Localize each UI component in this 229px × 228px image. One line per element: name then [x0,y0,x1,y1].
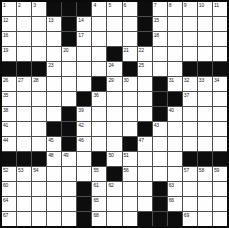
crossword-cell[interactable] [153,137,167,151]
crossword-cell[interactable] [32,47,46,61]
clue-number: 20 [63,47,68,53]
crossword-cell[interactable] [47,77,61,91]
crossword-cell[interactable] [62,212,76,226]
clue-number: 3 [33,2,36,8]
clue-number: 49 [63,152,68,158]
black-square [62,2,76,16]
clue-number: 58 [199,167,204,173]
crossword-cell[interactable] [198,17,212,31]
crossword-cell[interactable]: 6 [123,2,137,16]
crossword-cell[interactable]: 61 [92,182,106,196]
crossword-cell[interactable] [77,62,91,76]
crossword-cell[interactable]: 10 [198,2,212,16]
crossword-cell[interactable]: 31 [168,77,182,91]
crossword-cell[interactable]: 66 [168,197,182,211]
crossword-cell[interactable]: 1 [2,2,16,16]
black-square [2,62,16,76]
clue-number: 15 [154,17,159,23]
crossword-cell[interactable]: 27 [17,77,31,91]
clue-number: 12 [3,17,8,23]
crossword-cell[interactable]: 56 [123,167,137,181]
crossword-cell[interactable] [32,17,46,31]
clue-number: 5 [108,2,111,8]
crossword-cell[interactable]: 57 [183,167,197,181]
crossword-cell[interactable] [183,197,197,211]
crossword-cell[interactable] [198,32,212,46]
crossword-cell[interactable]: 21 [123,47,137,61]
crossword-cell[interactable] [17,137,31,151]
crossword-cell[interactable]: 37 [183,92,197,106]
clue-number: 2 [18,2,21,8]
crossword-cell[interactable] [17,197,31,211]
crossword-cell[interactable] [107,137,121,151]
black-square [62,122,76,136]
crossword-cell[interactable] [168,122,182,136]
crossword-cell[interactable]: 28 [32,77,46,91]
crossword-cell[interactable] [92,47,106,61]
crossword-cell[interactable] [183,47,197,61]
crossword-cell[interactable]: 18 [153,32,167,46]
crossword-cell[interactable]: 35 [2,92,16,106]
clue-number: 60 [3,182,8,188]
crossword-cell[interactable] [47,212,61,226]
black-square [123,137,137,151]
clue-number: 39 [78,107,83,113]
crossword-cell[interactable]: 8 [168,2,182,16]
crossword-cell[interactable] [92,107,106,121]
clue-number: 28 [33,77,38,83]
clue-number: 44 [3,137,8,143]
black-square [47,122,61,136]
clue-number: 18 [154,32,159,38]
crossword-cell[interactable] [62,77,76,91]
crossword-cell[interactable] [198,47,212,61]
crossword-cell[interactable]: 63 [168,182,182,196]
black-square [17,62,31,76]
crossword-cell[interactable] [17,182,31,196]
crossword-cell[interactable] [123,182,137,196]
clue-number: 37 [184,92,189,98]
crossword-cell[interactable] [107,197,121,211]
clue-number: 48 [48,152,53,158]
crossword-cell[interactable] [107,212,121,226]
clue-number: 25 [139,62,144,68]
clue-number: 31 [169,77,174,83]
crossword-cell[interactable] [183,182,197,196]
crossword-cell[interactable] [138,77,152,91]
clue-number: 10 [199,2,204,8]
black-square [198,152,212,166]
crossword-cell[interactable] [168,167,182,181]
crossword-cell[interactable] [168,137,182,151]
crossword-cell[interactable] [107,122,121,136]
clue-number: 59 [214,167,219,173]
clue-number: 47 [139,137,144,143]
crossword-cell[interactable] [47,107,61,121]
crossword-cell[interactable] [17,212,31,226]
black-square [77,182,91,196]
crossword-cell[interactable] [62,182,76,196]
black-square [138,212,152,226]
clue-number: 26 [3,77,8,83]
crossword-cell[interactable]: 16 [2,32,16,46]
clue-number: 9 [184,2,187,8]
black-square [153,197,167,211]
clue-number: 4 [93,2,96,8]
black-square [2,152,16,166]
black-square [62,107,76,121]
crossword-cell[interactable] [47,32,61,46]
crossword-cell[interactable] [107,17,121,31]
black-square [92,77,106,91]
crossword-cell[interactable]: 33 [198,77,212,91]
clue-number: 35 [3,92,8,98]
crossword-cell[interactable] [62,197,76,211]
crossword-cell[interactable]: 14 [77,17,91,31]
crossword-cell[interactable]: 22 [138,47,152,61]
clue-number: 24 [108,62,113,68]
clue-number: 13 [48,17,53,23]
crossword-cell[interactable]: 46 [77,137,91,151]
crossword-cell[interactable]: 23 [47,62,61,76]
crossword-cell[interactable] [123,122,137,136]
black-square [77,92,91,106]
crossword-cell[interactable]: 65 [92,197,106,211]
clue-number: 14 [78,17,83,23]
crossword-cell[interactable] [138,152,152,166]
black-square [198,62,212,76]
crossword-cell[interactable]: 2 [17,2,31,16]
clue-number: 62 [108,182,113,188]
black-square [107,47,121,61]
clue-number: 16 [3,32,8,38]
black-square [183,152,197,166]
clue-number: 11 [214,2,219,8]
black-square [17,152,31,166]
crossword-cell[interactable] [213,92,227,106]
crossword-cell[interactable]: 67 [2,212,16,226]
crossword-cell[interactable] [123,17,137,31]
clue-number: 69 [184,212,189,218]
crossword-cell[interactable] [77,47,91,61]
crossword-cell[interactable]: 3 [32,2,46,16]
crossword-cell[interactable] [213,107,227,121]
clue-number: 52 [3,167,8,173]
crossword-cell[interactable] [77,167,91,181]
crossword-cell[interactable] [32,182,46,196]
clue-number: 46 [78,137,83,143]
crossword-cell[interactable] [213,17,227,31]
crossword-cell[interactable]: 55 [92,167,106,181]
clue-number: 65 [93,197,98,203]
crossword-cell[interactable]: 13 [47,17,61,31]
clue-number: 8 [169,2,172,8]
crossword-cell[interactable] [213,212,227,226]
black-square [138,32,152,46]
crossword-cell[interactable] [213,197,227,211]
crossword-cell[interactable] [77,77,91,91]
crossword-cell[interactable]: 58 [198,167,212,181]
crossword-cell[interactable]: 64 [2,197,16,211]
crossword-cell[interactable] [32,122,46,136]
crossword-cell[interactable] [17,107,31,121]
crossword-cell[interactable] [198,197,212,211]
black-square [153,92,167,106]
crossword-cell[interactable]: 60 [2,182,16,196]
crossword-cell[interactable] [123,212,137,226]
crossword-cell[interactable] [213,137,227,151]
crossword-cell[interactable] [198,137,212,151]
crossword-cell[interactable]: 36 [92,92,106,106]
black-square [107,167,121,181]
black-square [62,32,76,46]
crossword-cell[interactable]: 34 [213,77,227,91]
black-square [168,212,182,226]
clue-number: 33 [199,77,204,83]
black-square [62,17,76,31]
crossword-cell[interactable] [47,182,61,196]
clue-number: 34 [214,77,219,83]
crossword-cell[interactable] [198,122,212,136]
crossword-cell[interactable]: 25 [138,62,152,76]
black-square [138,17,152,31]
crossword-cell[interactable] [92,17,106,31]
crossword-cell[interactable]: 42 [77,122,91,136]
clue-number: 7 [154,2,157,8]
clue-number: 53 [18,167,23,173]
crossword-cell[interactable] [47,167,61,181]
crossword-cell[interactable]: 50 [107,152,121,166]
crossword-cell[interactable] [32,107,46,121]
crossword-cell[interactable]: 40 [168,107,182,121]
crossword-cell[interactable] [138,197,152,211]
crossword-cell[interactable] [32,92,46,106]
crossword-cell[interactable]: 44 [2,137,16,151]
black-square [183,62,197,76]
crossword-cell[interactable] [17,47,31,61]
crossword-cell[interactable] [32,212,46,226]
crossword-cell[interactable]: 43 [153,122,167,136]
crossword-cell[interactable]: 11 [213,2,227,16]
crossword-cell[interactable]: 41 [2,122,16,136]
crossword-cell[interactable] [153,47,167,61]
crossword-cell[interactable] [183,107,197,121]
black-square [138,2,152,16]
clue-number: 17 [78,32,83,38]
crossword-cell[interactable] [153,167,167,181]
crossword-cell[interactable] [153,62,167,76]
crossword-cell[interactable]: 24 [107,62,121,76]
crossword-cell[interactable] [17,32,31,46]
crossword-cell[interactable] [168,62,182,76]
crossword-cell[interactable]: 19 [2,47,16,61]
crossword-cell[interactable] [123,92,137,106]
clue-number: 56 [124,167,129,173]
clue-number: 36 [93,92,98,98]
crossword-cell[interactable]: 47 [138,137,152,151]
crossword-cell[interactable]: 26 [2,77,16,91]
black-square [77,212,91,226]
crossword-cell[interactable] [168,17,182,31]
crossword-cell[interactable] [17,122,31,136]
crossword-cell[interactable] [213,122,227,136]
crossword-cell[interactable] [138,182,152,196]
crossword-cell[interactable]: 4 [92,2,106,16]
black-square [62,137,76,151]
clue-number: 21 [124,47,129,53]
crossword-cell[interactable]: 51 [123,152,137,166]
crossword-cell[interactable]: 38 [2,107,16,121]
clue-number: 68 [93,212,98,218]
black-square [153,77,167,91]
clue-number: 41 [3,122,8,128]
crossword-cell[interactable] [183,32,197,46]
crossword-cell[interactable] [138,167,152,181]
clue-number: 22 [139,47,144,53]
crossword-cell[interactable]: 49 [62,152,76,166]
crossword-cell[interactable]: 52 [2,167,16,181]
black-square [92,152,106,166]
crossword-cell[interactable] [107,92,121,106]
clue-number: 50 [108,152,113,158]
clue-number: 27 [18,77,23,83]
crossword-cell[interactable] [32,137,46,151]
clue-number: 64 [3,197,8,203]
black-square [47,2,61,16]
crossword-cell[interactable] [107,32,121,46]
crossword-cell[interactable] [198,107,212,121]
crossword-cell[interactable] [47,197,61,211]
clue-number: 55 [93,167,98,173]
crossword-cell[interactable] [213,182,227,196]
clue-number: 45 [48,137,53,143]
crossword-cell[interactable]: 20 [62,47,76,61]
crossword-cell[interactable]: 17 [77,32,91,46]
crossword-cell[interactable]: 39 [77,107,91,121]
crossword-cell[interactable] [123,197,137,211]
clue-number: 38 [3,107,8,113]
crossword-cell[interactable] [183,17,197,31]
crossword-cell[interactable] [92,137,106,151]
crossword-board: 1234567891011121314151617181920212223242… [0,0,229,228]
crossword-cell[interactable] [183,122,197,136]
clue-number: 42 [78,122,83,128]
crossword-cell[interactable]: 5 [107,2,121,16]
clue-number: 30 [124,77,129,83]
clue-number: 63 [169,182,174,188]
crossword-cell[interactable]: 68 [92,212,106,226]
black-square [213,152,227,166]
clue-number: 19 [3,47,8,53]
black-square [153,212,167,226]
crossword-cell[interactable] [123,32,137,46]
clue-number: 66 [169,197,174,203]
crossword-cell[interactable]: 32 [183,77,197,91]
crossword-cell[interactable]: 48 [47,152,61,166]
crossword-cell[interactable] [198,182,212,196]
crossword-cell[interactable]: 12 [2,17,16,31]
black-square [153,107,167,121]
clue-number: 23 [48,62,53,68]
clue-number: 40 [169,107,174,113]
crossword-cell[interactable] [107,107,121,121]
clue-number: 67 [3,212,8,218]
black-square [153,182,167,196]
crossword-cell[interactable] [168,32,182,46]
crossword-cell[interactable] [213,32,227,46]
black-square [168,92,182,106]
crossword-cell[interactable] [213,47,227,61]
crossword-cell[interactable] [138,107,152,121]
crossword-cell[interactable] [17,92,31,106]
crossword-cell[interactable]: 29 [107,77,121,91]
black-square [77,2,91,16]
crossword-cell[interactable] [183,137,197,151]
crossword-cell[interactable] [62,62,76,76]
black-square [32,62,46,76]
black-square [77,197,91,211]
black-square [32,152,46,166]
black-square [213,62,227,76]
crossword-cell[interactable] [17,17,31,31]
crossword-cell[interactable]: 9 [183,2,197,16]
crossword-cell[interactable] [153,152,167,166]
crossword-cell[interactable]: 30 [123,77,137,91]
clue-number: 51 [124,152,129,158]
crossword-page: 1234567891011121314151617181920212223242… [0,0,229,228]
clue-number: 32 [184,77,189,83]
crossword-cell[interactable]: 53 [17,167,31,181]
crossword-cell[interactable] [62,92,76,106]
crossword-cell[interactable] [92,122,106,136]
crossword-cell[interactable] [47,92,61,106]
crossword-cell[interactable]: 45 [47,137,61,151]
crossword-cell[interactable] [47,47,61,61]
crossword-cell[interactable]: 59 [213,167,227,181]
crossword-cell[interactable] [77,152,91,166]
crossword-cell[interactable] [123,107,137,121]
clue-number: 29 [108,77,113,83]
black-square [138,122,152,136]
crossword-cell[interactable] [92,32,106,46]
clue-number: 43 [154,122,159,128]
crossword-cell[interactable] [168,47,182,61]
clue-number: 6 [124,2,127,8]
crossword-cell[interactable] [198,212,212,226]
crossword-cell[interactable] [138,92,152,106]
crossword-cell[interactable] [198,92,212,106]
clue-number: 57 [184,167,189,173]
black-square [123,62,137,76]
crossword-cell[interactable]: 62 [107,182,121,196]
crossword-cell[interactable] [92,62,106,76]
crossword-cell[interactable]: 7 [153,2,167,16]
clue-number: 54 [33,167,38,173]
crossword-cell[interactable] [32,32,46,46]
clue-number: 61 [93,182,98,188]
crossword-cell[interactable]: 15 [153,17,167,31]
crossword-cell[interactable] [62,167,76,181]
crossword-cell[interactable]: 54 [32,167,46,181]
crossword-cell[interactable] [168,152,182,166]
clue-number: 1 [3,2,6,8]
crossword-cell[interactable] [32,197,46,211]
crossword-cell[interactable]: 69 [183,212,197,226]
